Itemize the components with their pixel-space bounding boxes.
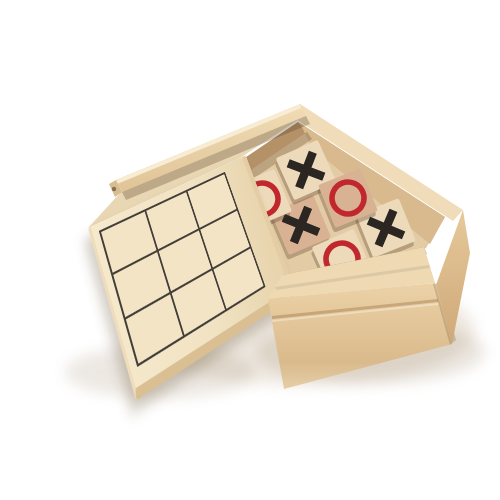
product-photo-tic-tac-toe-box <box>0 0 500 500</box>
